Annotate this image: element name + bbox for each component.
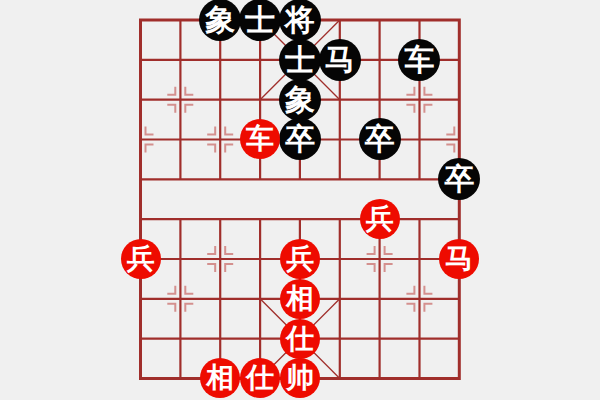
red-chariot[interactable]: 车 <box>240 119 280 159</box>
red-advisor[interactable]: 仕 <box>280 319 320 359</box>
black-advisor[interactable]: 士 <box>279 39 321 81</box>
black-advisor[interactable]: 士 <box>239 0 281 41</box>
red-advisor[interactable]: 仕 <box>240 358 280 398</box>
red-elephant[interactable]: 相 <box>280 279 320 319</box>
red-general[interactable]: 帅 <box>280 358 320 398</box>
red-soldier[interactable]: 兵 <box>360 199 400 239</box>
black-soldier[interactable]: 卒 <box>438 158 480 200</box>
red-soldier[interactable]: 兵 <box>280 239 320 279</box>
black-elephant[interactable]: 象 <box>279 79 321 121</box>
red-soldier[interactable]: 兵 <box>121 239 161 279</box>
black-chariot[interactable]: 车 <box>398 39 440 81</box>
red-horse[interactable]: 马 <box>439 239 479 279</box>
black-horse[interactable]: 马 <box>319 39 361 81</box>
black-general[interactable]: 将 <box>279 0 321 41</box>
board-surface[interactable]: 象士将士马车象卒卒卒车兵兵兵马相仕相仕帅 <box>0 0 600 400</box>
red-elephant[interactable]: 相 <box>200 358 240 398</box>
xiangqi-game-screen: 象士将士马车象卒卒卒车兵兵兵马相仕相仕帅 <box>0 0 600 400</box>
black-soldier[interactable]: 卒 <box>279 118 321 160</box>
black-elephant[interactable]: 象 <box>199 0 241 41</box>
black-soldier[interactable]: 卒 <box>359 118 401 160</box>
